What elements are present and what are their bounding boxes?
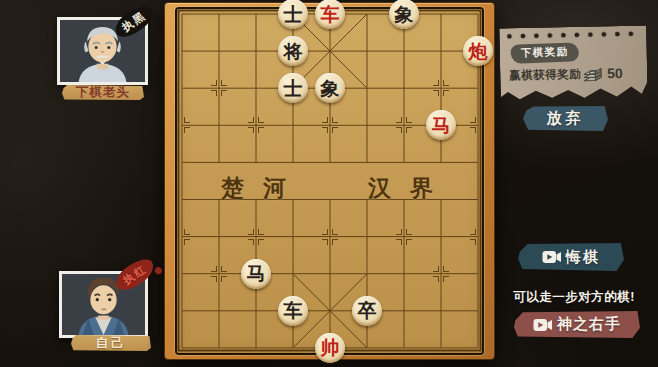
xiangqi-board: 楚河 汉界 士车象将炮士象马马车卒帅 [164, 2, 495, 360]
opponent-avatar: 执黑 [57, 17, 148, 85]
reward-note: 下棋奖励 赢棋获得奖励 50 [499, 25, 648, 102]
piece-black-马[interactable]: 马 [241, 259, 271, 289]
xiangqi-game-screen: 执黑 下棋老头 执红 自己 [0, 0, 658, 367]
point-marker [210, 265, 228, 283]
self-avatar: 执红 [59, 271, 148, 338]
piece-black-象[interactable]: 象 [389, 0, 419, 29]
point-marker [173, 228, 191, 246]
reward-title-badge: 下棋奖励 [510, 42, 579, 64]
piece-red-车[interactable]: 车 [315, 0, 345, 29]
undo-move-button[interactable]: 悔棋 [518, 243, 624, 271]
god-hand-button[interactable]: 神之右手 [514, 311, 640, 338]
board-surface[interactable]: 楚河 汉界 士车象将炮士象马马车卒帅 [177, 9, 482, 353]
piece-black-士[interactable]: 士 [278, 73, 308, 103]
reward-line: 赢棋获得奖励 50 [509, 63, 641, 86]
point-marker [395, 116, 413, 134]
piece-black-象[interactable]: 象 [315, 73, 345, 103]
piece-black-卒[interactable]: 卒 [352, 296, 382, 326]
point-marker [247, 116, 265, 134]
piece-red-炮[interactable]: 炮 [463, 36, 493, 66]
point-marker [247, 228, 265, 246]
note-perforation [505, 30, 639, 41]
point-marker [469, 228, 487, 246]
piece-red-帅[interactable]: 帅 [315, 333, 345, 363]
point-marker [469, 116, 487, 134]
piece-black-将[interactable]: 将 [278, 36, 308, 66]
point-marker [210, 79, 228, 97]
undo-label: 悔棋 [566, 248, 600, 267]
self-name: 自己 [71, 335, 151, 351]
give-up-label: 放弃 [547, 109, 585, 128]
self-card: 执红 自己 [49, 262, 159, 362]
point-marker [432, 79, 450, 97]
opponent-name: 下棋老头 [62, 85, 144, 100]
video-ad-icon [542, 250, 561, 264]
god-hand-label: 神之右手 [557, 315, 621, 334]
god-hand-tip: 可以走一步对方的棋! [490, 289, 658, 306]
piece-black-士[interactable]: 士 [278, 0, 308, 29]
video-ad-icon [533, 318, 552, 332]
opponent-card: 执黑 下棋老头 [47, 8, 157, 108]
give-up-button[interactable]: 放弃 [523, 106, 608, 131]
piece-black-车[interactable]: 车 [278, 296, 308, 326]
reward-amount: 50 [607, 65, 623, 81]
self-side-label: 执红 [120, 261, 150, 288]
board-grid-lines [177, 9, 482, 353]
reward-description: 赢棋获得奖励 [509, 66, 581, 83]
point-marker [432, 265, 450, 283]
point-marker [321, 228, 339, 246]
point-marker [321, 116, 339, 134]
money-stack-icon [583, 65, 605, 82]
point-marker [395, 228, 413, 246]
point-marker [173, 116, 191, 134]
